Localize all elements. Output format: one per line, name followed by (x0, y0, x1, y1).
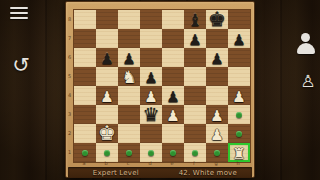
player-icon-head (301, 33, 310, 42)
square-b6[interactable]: ♟ (96, 48, 118, 67)
square-g5[interactable] (206, 67, 228, 86)
square-c6[interactable]: ♟ (118, 48, 140, 67)
square-f3[interactable] (184, 105, 206, 124)
square-c5[interactable]: ♞ (118, 67, 140, 86)
square-g4[interactable] (206, 86, 228, 105)
legal-move-dot-d1[interactable] (148, 150, 154, 156)
square-h8[interactable] (228, 10, 250, 29)
menu-bar (10, 7, 28, 9)
rank-label-2: 2 (67, 123, 72, 142)
player-icon[interactable] (295, 33, 316, 59)
black-pawn-d5[interactable]: ♟ (144, 71, 157, 86)
menu-bar (10, 12, 28, 14)
white-knight-c5[interactable]: ♞ (121, 69, 136, 86)
black-pawn-f7[interactable]: ♟ (188, 33, 201, 48)
square-a4[interactable] (74, 86, 96, 105)
square-a5[interactable] (74, 67, 96, 86)
square-h6[interactable] (228, 48, 250, 67)
white-king-b2[interactable]: ♚ (98, 123, 116, 143)
square-h5[interactable] (228, 67, 250, 86)
square-c2[interactable] (118, 124, 140, 143)
rank-label-3: 3 (67, 104, 72, 123)
square-g2[interactable]: ♟ (206, 124, 228, 143)
square-e8[interactable] (162, 10, 184, 29)
file-labels: abcdefgh (73, 160, 249, 167)
square-h7[interactable]: ♟ (228, 29, 250, 48)
file-label-f: f (183, 160, 205, 167)
file-label-g: g (205, 160, 227, 167)
square-b8[interactable] (96, 10, 118, 29)
file-label-c: c (117, 160, 139, 167)
square-c4[interactable] (118, 86, 140, 105)
rank-label-1: 1 (67, 142, 72, 161)
black-pawn-c6[interactable]: ♟ (122, 52, 135, 67)
square-h2[interactable] (228, 124, 250, 143)
square-d8[interactable] (140, 10, 162, 29)
square-e2[interactable] (162, 124, 184, 143)
black-pawn-g6[interactable]: ♟ (210, 52, 223, 67)
black-bishop-f8[interactable]: ♝ (187, 12, 202, 29)
square-g3[interactable]: ♟ (206, 105, 228, 124)
square-f5[interactable] (184, 67, 206, 86)
square-d7[interactable] (140, 29, 162, 48)
square-e4[interactable]: ♟ (162, 86, 184, 105)
status-bar: Expert Level 42. White move (68, 167, 252, 178)
square-h4[interactable]: ♟ (228, 86, 250, 105)
white-pawn-g3[interactable]: ♟ (210, 109, 223, 124)
square-h3[interactable] (228, 105, 250, 124)
square-b4[interactable]: ♟ (96, 86, 118, 105)
file-label-d: d (139, 160, 161, 167)
black-queen-d3[interactable]: ♛ (142, 105, 159, 124)
file-label-e: e (161, 160, 183, 167)
player-icon-body (297, 43, 315, 54)
square-e7[interactable] (162, 29, 184, 48)
black-pawn-h7[interactable]: ♟ (232, 33, 245, 48)
square-d2[interactable] (140, 124, 162, 143)
rank-label-4: 4 (67, 85, 72, 104)
black-pawn-b6[interactable]: ♟ (100, 52, 113, 67)
rank-label-8: 8 (67, 9, 72, 28)
rank-labels: 87654321 (67, 9, 72, 161)
move-indicator: 42. White move (179, 169, 237, 177)
menu-bar (10, 17, 28, 19)
legal-move-dot-g1[interactable] (214, 150, 220, 156)
rank-label-6: 6 (67, 47, 72, 66)
square-e6[interactable] (162, 48, 184, 67)
square-g8[interactable]: ♚ (206, 10, 228, 29)
board-squares: ♝♚♟♟♟♟♟♞♟♟♟♟♟♛♟♟♚♟♜ (73, 9, 251, 163)
square-g6[interactable]: ♟ (206, 48, 228, 67)
white-pawn-h4[interactable]: ♟ (232, 90, 245, 105)
square-f2[interactable] (184, 124, 206, 143)
square-e5[interactable] (162, 67, 184, 86)
undo-icon[interactable]: ↺ (8, 51, 34, 79)
square-b2[interactable]: ♚ (96, 124, 118, 143)
square-f4[interactable] (184, 86, 206, 105)
rank-label-7: 7 (67, 28, 72, 47)
white-pawn-e3[interactable]: ♟ (166, 109, 179, 124)
square-a3[interactable] (74, 105, 96, 124)
white-pawn-b4[interactable]: ♟ (100, 90, 113, 105)
file-label-a: a (73, 160, 95, 167)
legal-move-dot-e1[interactable] (170, 150, 176, 156)
menu-icon[interactable] (10, 7, 28, 21)
square-a8[interactable] (74, 10, 96, 29)
legal-move-dot-a1[interactable] (82, 150, 88, 156)
pawn-icon[interactable]: ♙ (298, 69, 318, 93)
square-c3[interactable] (118, 105, 140, 124)
square-c8[interactable] (118, 10, 140, 29)
legal-move-dot-h3[interactable] (236, 112, 242, 118)
square-b7[interactable] (96, 29, 118, 48)
black-pawn-e4[interactable]: ♟ (166, 90, 179, 105)
square-b5[interactable] (96, 67, 118, 86)
rank-label-5: 5 (67, 66, 72, 85)
file-label-b: b (95, 160, 117, 167)
difficulty-label: Expert Level (93, 169, 139, 177)
black-king-g8[interactable]: ♚ (208, 9, 226, 29)
square-f7[interactable]: ♟ (184, 29, 206, 48)
legal-move-dot-h2[interactable] (236, 131, 242, 137)
square-a2[interactable] (74, 124, 96, 143)
square-f6[interactable] (184, 48, 206, 67)
square-c7[interactable] (118, 29, 140, 48)
square-d3[interactable]: ♛ (140, 105, 162, 124)
square-a7[interactable] (74, 29, 96, 48)
square-d5[interactable]: ♟ (140, 67, 162, 86)
white-rook-h1[interactable]: ♜ (232, 147, 245, 162)
chess-board: 87654321 ♝♚♟♟♟♟♟♞♟♟♟♟♟♛♟♟♚♟♜ abcdefgh Ex… (65, 1, 255, 178)
square-e3[interactable]: ♟ (162, 105, 184, 124)
legal-move-dot-b1[interactable] (104, 150, 110, 156)
legal-move-dot-c1[interactable] (126, 150, 132, 156)
square-a6[interactable] (74, 48, 96, 67)
square-g7[interactable] (206, 29, 228, 48)
white-pawn-g2[interactable]: ♟ (210, 128, 223, 143)
square-f8[interactable]: ♝ (184, 10, 206, 29)
square-d6[interactable] (140, 48, 162, 67)
legal-move-dot-f1[interactable] (192, 150, 198, 156)
